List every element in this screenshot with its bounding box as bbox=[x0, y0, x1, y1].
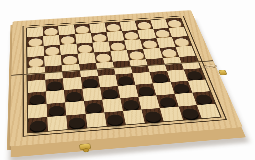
dark-piece: ● bbox=[28, 117, 47, 132]
board-pinstripe-outer: ●●●●●●●●●●●●●●●●●●●●●●●●●●●●●●●●●●●●●●●● bbox=[22, 16, 227, 137]
square bbox=[47, 115, 67, 130]
square: ● bbox=[28, 117, 48, 132]
square bbox=[122, 109, 144, 124]
square: ● bbox=[66, 114, 87, 129]
board-pinstripe-inner: ●●●●●●●●●●●●●●●●●●●●●●●●●●●●●●●●●●●●●●●● bbox=[26, 18, 222, 134]
square bbox=[85, 112, 106, 127]
checkers-board: ●●●●●●●●●●●●●●●●●●●●●●●●●●●●●●●●●●●●●●●●… bbox=[9, 10, 242, 146]
board-grid: ●●●●●●●●●●●●●●●●●●●●●●●●●●●●●●●●●●●●●●●● bbox=[27, 18, 220, 132]
board-perspective-wrap: ●●●●●●●●●●●●●●●●●●●●●●●●●●●●●●●●●●●●●●●●… bbox=[9, 10, 242, 146]
dark-piece: ● bbox=[104, 111, 125, 126]
dark-piece: ● bbox=[66, 114, 86, 129]
square: ● bbox=[104, 111, 126, 126]
brand-stamp-label: Jeujura bbox=[203, 65, 215, 68]
brass-clasp-icon bbox=[79, 143, 91, 150]
photo-stage: ●●●●●●●●●●●●●●●●●●●●●●●●●●●●●●●●●●●●●●●●… bbox=[0, 0, 255, 160]
brass-clasp-icon bbox=[218, 70, 227, 75]
